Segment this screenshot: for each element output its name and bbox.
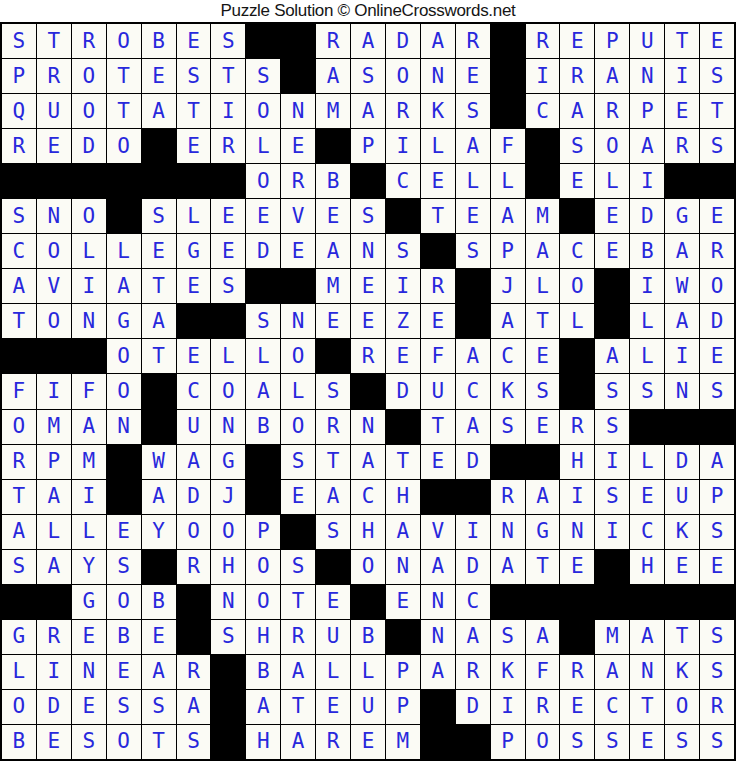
letter-cell-r4c8: L: [246, 129, 280, 163]
letter-cell-r12c14: A: [456, 410, 490, 444]
letter-cell-r10c6: E: [177, 339, 211, 373]
letter-cell-r8c12: I: [386, 269, 420, 303]
letter-cell-r4c20: R: [665, 129, 699, 163]
black-cell-r1c9: [281, 24, 315, 58]
letter-cell-r18c5: E: [142, 620, 176, 654]
letter-cell-r20c17: E: [560, 690, 594, 724]
letter-cell-r21c16: O: [526, 725, 560, 759]
letter-cell-r9c19: L: [630, 304, 664, 338]
letter-cell-r19c4: E: [107, 655, 141, 689]
letter-cell-r2c11: S: [351, 59, 385, 93]
letter-cell-r20c18: C: [595, 690, 629, 724]
black-cell-r12c12: [386, 410, 420, 444]
letter-cell-r6c8: E: [246, 199, 280, 233]
letter-cell-r10c7: L: [211, 339, 245, 373]
letter-cell-r12c18: S: [595, 410, 629, 444]
letter-cell-r9c4: G: [107, 304, 141, 338]
letter-cell-r1c11: A: [351, 24, 385, 58]
letter-cell-r4c14: A: [456, 129, 490, 163]
letter-cell-r8c20: W: [665, 269, 699, 303]
letter-cell-r16c7: H: [211, 550, 245, 584]
letter-cell-r18c4: B: [107, 620, 141, 654]
letter-cell-r1c12: D: [386, 24, 420, 58]
letter-cell-r3c3: O: [72, 94, 106, 128]
letter-cell-r21c21: S: [700, 725, 734, 759]
letter-cell-r7c16: A: [526, 234, 560, 268]
letter-cell-r15c12: A: [386, 515, 420, 549]
letter-cell-r2c14: E: [456, 59, 490, 93]
black-cell-r11c5: [142, 374, 176, 408]
letter-cell-r10c14: A: [456, 339, 490, 373]
letter-cell-r3c13: K: [421, 94, 455, 128]
black-cell-r17c16: [526, 585, 560, 619]
black-cell-r14c14: [456, 480, 490, 514]
letter-cell-r9c15: A: [491, 304, 525, 338]
black-cell-r14c13: [421, 480, 455, 514]
black-cell-r8c18: [595, 269, 629, 303]
letter-cell-r2c19: N: [630, 59, 664, 93]
letter-cell-r14c9: E: [281, 480, 315, 514]
letter-cell-r2c16: I: [526, 59, 560, 93]
letter-cell-r10c4: O: [107, 339, 141, 373]
letter-cell-r8c7: S: [211, 269, 245, 303]
letter-cell-r21c17: S: [560, 725, 594, 759]
letter-cell-r19c1: L: [2, 655, 36, 689]
letter-cell-r18c10: U: [316, 620, 350, 654]
black-cell-r8c8: [246, 269, 280, 303]
letter-cell-r19c5: A: [142, 655, 176, 689]
letter-cell-r16c16: T: [526, 550, 560, 584]
letter-cell-r13c5: W: [142, 445, 176, 479]
black-cell-r17c11: [351, 585, 385, 619]
letter-cell-r20c4: S: [107, 690, 141, 724]
letter-cell-r11c8: A: [246, 374, 280, 408]
letter-cell-r6c18: E: [595, 199, 629, 233]
letter-cell-r14c17: I: [560, 480, 594, 514]
letter-cell-r18c16: A: [526, 620, 560, 654]
letter-cell-r14c20: U: [665, 480, 699, 514]
letter-cell-r8c17: O: [560, 269, 594, 303]
letter-cell-r21c10: R: [316, 725, 350, 759]
letter-cell-r4c11: P: [351, 129, 385, 163]
letter-cell-r1c13: A: [421, 24, 455, 58]
letter-cell-r21c15: P: [491, 725, 525, 759]
letter-cell-r4c13: L: [421, 129, 455, 163]
letter-cell-r18c13: N: [421, 620, 455, 654]
letter-cell-r15c13: V: [421, 515, 455, 549]
letter-cell-r20c16: R: [526, 690, 560, 724]
letter-cell-r13c7: G: [211, 445, 245, 479]
letter-cell-r13c9: S: [281, 445, 315, 479]
letter-cell-r11c19: S: [630, 374, 664, 408]
black-cell-r4c5: [142, 129, 176, 163]
letter-cell-r1c16: R: [526, 24, 560, 58]
letter-cell-r15c1: A: [2, 515, 36, 549]
letter-cell-r6c19: D: [630, 199, 664, 233]
letter-cell-r15c17: N: [560, 515, 594, 549]
letter-cell-r13c3: M: [72, 445, 106, 479]
letter-cell-r4c4: O: [107, 129, 141, 163]
letter-cell-r7c20: A: [665, 234, 699, 268]
letter-cell-r7c6: G: [177, 234, 211, 268]
letter-cell-r7c21: R: [700, 234, 734, 268]
letter-cell-r5c17: E: [560, 164, 594, 198]
letter-cell-r18c19: A: [630, 620, 664, 654]
letter-cell-r6c20: G: [665, 199, 699, 233]
letter-cell-r19c3: N: [72, 655, 106, 689]
letter-cell-r2c20: I: [665, 59, 699, 93]
letter-cell-r21c6: S: [177, 725, 211, 759]
letter-cell-r12c7: N: [211, 410, 245, 444]
black-cell-r15c9: [281, 515, 315, 549]
letter-cell-r1c5: B: [142, 24, 176, 58]
letter-cell-r18c8: H: [246, 620, 280, 654]
letter-cell-r16c3: Y: [72, 550, 106, 584]
letter-cell-r16c17: E: [560, 550, 594, 584]
puzzle-solution-page: Puzzle Solution © OnlineCrosswords.net S…: [0, 0, 736, 761]
black-cell-r1c8: [246, 24, 280, 58]
letter-cell-r15c20: K: [665, 515, 699, 549]
letter-cell-r10c8: L: [246, 339, 280, 373]
black-cell-r20c7: [211, 690, 245, 724]
black-cell-r3c15: [491, 94, 525, 128]
letter-cell-r20c14: D: [456, 690, 490, 724]
letter-cell-r19c10: L: [316, 655, 350, 689]
letter-cell-r14c11: C: [351, 480, 385, 514]
letter-cell-r13c14: D: [456, 445, 490, 479]
letter-cell-r4c15: F: [491, 129, 525, 163]
letter-cell-r13c21: A: [700, 445, 734, 479]
black-cell-r5c1: [2, 164, 36, 198]
black-cell-r5c16: [526, 164, 560, 198]
letter-cell-r18c2: R: [37, 620, 71, 654]
letter-cell-r20c12: P: [386, 690, 420, 724]
letter-cell-r1c17: E: [560, 24, 594, 58]
letter-cell-r14c1: T: [2, 480, 36, 514]
letter-cell-r18c9: R: [281, 620, 315, 654]
letter-cell-r7c9: E: [281, 234, 315, 268]
letter-cell-r11c20: N: [665, 374, 699, 408]
letter-cell-r5c19: I: [630, 164, 664, 198]
black-cell-r6c17: [560, 199, 594, 233]
black-cell-r9c14: [456, 304, 490, 338]
letter-cell-r15c15: N: [491, 515, 525, 549]
letter-cell-r7c7: E: [211, 234, 245, 268]
black-cell-r12c5: [142, 410, 176, 444]
letter-cell-r11c4: O: [107, 374, 141, 408]
letter-cell-r18c21: S: [700, 620, 734, 654]
letter-cell-r3c7: I: [211, 94, 245, 128]
letter-cell-r13c6: A: [177, 445, 211, 479]
letter-cell-r8c3: I: [72, 269, 106, 303]
page-title: Puzzle Solution © OnlineCrosswords.net: [221, 1, 516, 21]
letter-cell-r21c20: S: [665, 725, 699, 759]
letter-cell-r21c5: T: [142, 725, 176, 759]
letter-cell-r21c4: O: [107, 725, 141, 759]
letter-cell-r16c12: N: [386, 550, 420, 584]
letter-cell-r4c2: E: [37, 129, 71, 163]
letter-cell-r11c1: F: [2, 374, 36, 408]
letter-cell-r19c17: R: [560, 655, 594, 689]
letter-cell-r7c4: L: [107, 234, 141, 268]
letter-cell-r7c18: E: [595, 234, 629, 268]
black-cell-r9c18: [595, 304, 629, 338]
letter-cell-r10c16: E: [526, 339, 560, 373]
black-cell-r20c13: [421, 690, 455, 724]
black-cell-r16c10: [316, 550, 350, 584]
letter-cell-r17c12: E: [386, 585, 420, 619]
letter-cell-r19c6: R: [177, 655, 211, 689]
letter-cell-r9c12: Z: [386, 304, 420, 338]
black-cell-r17c15: [491, 585, 525, 619]
letter-cell-r4c19: A: [630, 129, 664, 163]
black-cell-r18c6: [177, 620, 211, 654]
letter-cell-r16c8: O: [246, 550, 280, 584]
letter-cell-r9c20: A: [665, 304, 699, 338]
letter-cell-r3c17: A: [560, 94, 594, 128]
letter-cell-r20c11: U: [351, 690, 385, 724]
letter-cell-r3c18: R: [595, 94, 629, 128]
letter-cell-r15c7: O: [211, 515, 245, 549]
letter-cell-r8c19: I: [630, 269, 664, 303]
letter-cell-r13c13: E: [421, 445, 455, 479]
black-cell-r5c3: [72, 164, 106, 198]
letter-cell-r4c21: S: [700, 129, 734, 163]
letter-cell-r8c5: T: [142, 269, 176, 303]
letter-cell-r12c8: B: [246, 410, 280, 444]
letter-cell-r19c2: I: [37, 655, 71, 689]
letter-cell-r11c2: I: [37, 374, 71, 408]
letter-cell-r10c21: E: [700, 339, 734, 373]
letter-cell-r3c9: N: [281, 94, 315, 128]
letter-cell-r3c20: E: [665, 94, 699, 128]
letter-cell-r13c17: H: [560, 445, 594, 479]
letter-cell-r14c19: E: [630, 480, 664, 514]
letter-cell-r21c9: A: [281, 725, 315, 759]
black-cell-r8c14: [456, 269, 490, 303]
letter-cell-r11c3: F: [72, 374, 106, 408]
letter-cell-r13c2: P: [37, 445, 71, 479]
black-cell-r5c5: [142, 164, 176, 198]
letter-cell-r12c17: R: [560, 410, 594, 444]
letter-cell-r15c14: I: [456, 515, 490, 549]
letter-cell-r19c11: L: [351, 655, 385, 689]
letter-cell-r14c21: P: [700, 480, 734, 514]
letter-cell-r15c3: L: [72, 515, 106, 549]
letter-cell-r1c3: R: [72, 24, 106, 58]
letter-cell-r2c8: S: [246, 59, 280, 93]
letter-cell-r1c14: R: [456, 24, 490, 58]
black-cell-r19c7: [211, 655, 245, 689]
black-cell-r21c13: [421, 725, 455, 759]
letter-cell-r9c2: O: [37, 304, 71, 338]
black-cell-r5c7: [211, 164, 245, 198]
letter-cell-r20c9: T: [281, 690, 315, 724]
letter-cell-r1c6: E: [177, 24, 211, 58]
letter-cell-r3c12: R: [386, 94, 420, 128]
letter-cell-r7c14: S: [456, 234, 490, 268]
letter-cell-r10c19: L: [630, 339, 664, 373]
black-cell-r8c9: [281, 269, 315, 303]
letter-cell-r7c11: N: [351, 234, 385, 268]
letter-cell-r17c14: C: [456, 585, 490, 619]
letter-cell-r2c12: O: [386, 59, 420, 93]
letter-cell-r11c15: K: [491, 374, 525, 408]
letter-cell-r11c12: D: [386, 374, 420, 408]
letter-cell-r4c6: E: [177, 129, 211, 163]
black-cell-r12c20: [665, 410, 699, 444]
letter-cell-r1c21: E: [700, 24, 734, 58]
letter-cell-r16c20: E: [665, 550, 699, 584]
letter-cell-r14c12: H: [386, 480, 420, 514]
letter-cell-r5c8: O: [246, 164, 280, 198]
black-cell-r9c6: [177, 304, 211, 338]
letter-cell-r21c8: H: [246, 725, 280, 759]
letter-cell-r3c6: T: [177, 94, 211, 128]
letter-cell-r7c17: C: [560, 234, 594, 268]
letter-cell-r8c4: A: [107, 269, 141, 303]
letter-cell-r3c16: C: [526, 94, 560, 128]
letter-cell-r11c10: S: [316, 374, 350, 408]
letter-cell-r3c10: M: [316, 94, 350, 128]
letter-cell-r14c15: R: [491, 480, 525, 514]
letter-cell-r2c4: T: [107, 59, 141, 93]
letter-cell-r20c3: E: [72, 690, 106, 724]
letter-cell-r6c16: M: [526, 199, 560, 233]
letter-cell-r8c13: R: [421, 269, 455, 303]
letter-cell-r19c9: A: [281, 655, 315, 689]
letter-cell-r1c10: R: [316, 24, 350, 58]
letter-cell-r18c11: B: [351, 620, 385, 654]
letter-cell-r16c19: H: [630, 550, 664, 584]
letter-cell-r5c9: R: [281, 164, 315, 198]
black-cell-r17c21: [700, 585, 734, 619]
letter-cell-r6c5: S: [142, 199, 176, 233]
letter-cell-r11c14: C: [456, 374, 490, 408]
black-cell-r17c19: [630, 585, 664, 619]
black-cell-r17c1: [2, 585, 36, 619]
letter-cell-r10c13: F: [421, 339, 455, 373]
black-cell-r4c10: [316, 129, 350, 163]
letter-cell-r14c7: J: [211, 480, 245, 514]
letter-cell-r19c21: S: [700, 655, 734, 689]
letter-cell-r21c1: B: [2, 725, 36, 759]
letter-cell-r6c15: A: [491, 199, 525, 233]
letter-cell-r7c19: B: [630, 234, 664, 268]
letter-cell-r4c3: D: [72, 129, 106, 163]
black-cell-r16c18: [595, 550, 629, 584]
letter-cell-r6c10: E: [316, 199, 350, 233]
letter-cell-r20c19: T: [630, 690, 664, 724]
letter-cell-r21c12: M: [386, 725, 420, 759]
letter-cell-r18c20: T: [665, 620, 699, 654]
letter-cell-r15c8: P: [246, 515, 280, 549]
letter-cell-r20c1: O: [2, 690, 36, 724]
letter-cell-r13c20: D: [665, 445, 699, 479]
letter-cell-r12c2: M: [37, 410, 71, 444]
letter-cell-r10c15: C: [491, 339, 525, 373]
letter-cell-r17c13: N: [421, 585, 455, 619]
letter-cell-r3c19: P: [630, 94, 664, 128]
letter-cell-r2c10: A: [316, 59, 350, 93]
letter-cell-r21c11: E: [351, 725, 385, 759]
letter-cell-r14c5: A: [142, 480, 176, 514]
letter-cell-r9c10: E: [316, 304, 350, 338]
letter-cell-r9c13: E: [421, 304, 455, 338]
letter-cell-r2c3: O: [72, 59, 106, 93]
black-cell-r10c10: [316, 339, 350, 373]
letter-cell-r15c4: E: [107, 515, 141, 549]
letter-cell-r9c8: S: [246, 304, 280, 338]
letter-cell-r2c17: R: [560, 59, 594, 93]
letter-cell-r11c16: S: [526, 374, 560, 408]
letter-cell-r18c7: S: [211, 620, 245, 654]
black-cell-r14c8: [246, 480, 280, 514]
letter-cell-r12c10: R: [316, 410, 350, 444]
crossword-grid: STROBESRADARREPUTEPROTESTSASONEIRANISQUO…: [0, 22, 736, 761]
letter-cell-r8c6: E: [177, 269, 211, 303]
letter-cell-r5c12: C: [386, 164, 420, 198]
black-cell-r9c7: [211, 304, 245, 338]
letter-cell-r19c18: A: [595, 655, 629, 689]
letter-cell-r8c16: L: [526, 269, 560, 303]
black-cell-r5c11: [351, 164, 385, 198]
letter-cell-r7c5: E: [142, 234, 176, 268]
black-cell-r11c17: [560, 374, 594, 408]
black-cell-r12c21: [700, 410, 734, 444]
letter-cell-r10c9: O: [281, 339, 315, 373]
letter-cell-r12c11: N: [351, 410, 385, 444]
letter-cell-r20c5: S: [142, 690, 176, 724]
letter-cell-r16c2: A: [37, 550, 71, 584]
letter-cell-r15c19: C: [630, 515, 664, 549]
letter-cell-r3c1: Q: [2, 94, 36, 128]
letter-cell-r17c5: B: [142, 585, 176, 619]
black-cell-r13c15: [491, 445, 525, 479]
black-cell-r5c20: [665, 164, 699, 198]
letter-cell-r12c3: A: [72, 410, 106, 444]
letter-cell-r12c13: T: [421, 410, 455, 444]
letter-cell-r6c13: T: [421, 199, 455, 233]
letter-cell-r12c4: N: [107, 410, 141, 444]
black-cell-r17c6: [177, 585, 211, 619]
letter-cell-r19c8: B: [246, 655, 280, 689]
letter-cell-r1c4: O: [107, 24, 141, 58]
letter-cell-r13c10: T: [316, 445, 350, 479]
letter-cell-r20c10: E: [316, 690, 350, 724]
letter-cell-r1c1: S: [2, 24, 36, 58]
letter-cell-r20c15: I: [491, 690, 525, 724]
letter-cell-r13c19: L: [630, 445, 664, 479]
black-cell-r10c3: [72, 339, 106, 373]
letter-cell-r8c11: E: [351, 269, 385, 303]
letter-cell-r14c6: D: [177, 480, 211, 514]
letter-cell-r4c12: I: [386, 129, 420, 163]
letter-cell-r19c13: A: [421, 655, 455, 689]
letter-cell-r18c3: E: [72, 620, 106, 654]
letter-cell-r16c14: D: [456, 550, 490, 584]
letter-cell-r2c7: T: [211, 59, 245, 93]
letter-cell-r2c1: P: [2, 59, 36, 93]
letter-cell-r16c15: A: [491, 550, 525, 584]
letter-cell-r19c19: N: [630, 655, 664, 689]
letter-cell-r8c21: O: [700, 269, 734, 303]
letter-cell-r11c7: O: [211, 374, 245, 408]
letter-cell-r5c18: L: [595, 164, 629, 198]
black-cell-r5c4: [107, 164, 141, 198]
black-cell-r17c18: [595, 585, 629, 619]
letter-cell-r4c1: R: [2, 129, 36, 163]
